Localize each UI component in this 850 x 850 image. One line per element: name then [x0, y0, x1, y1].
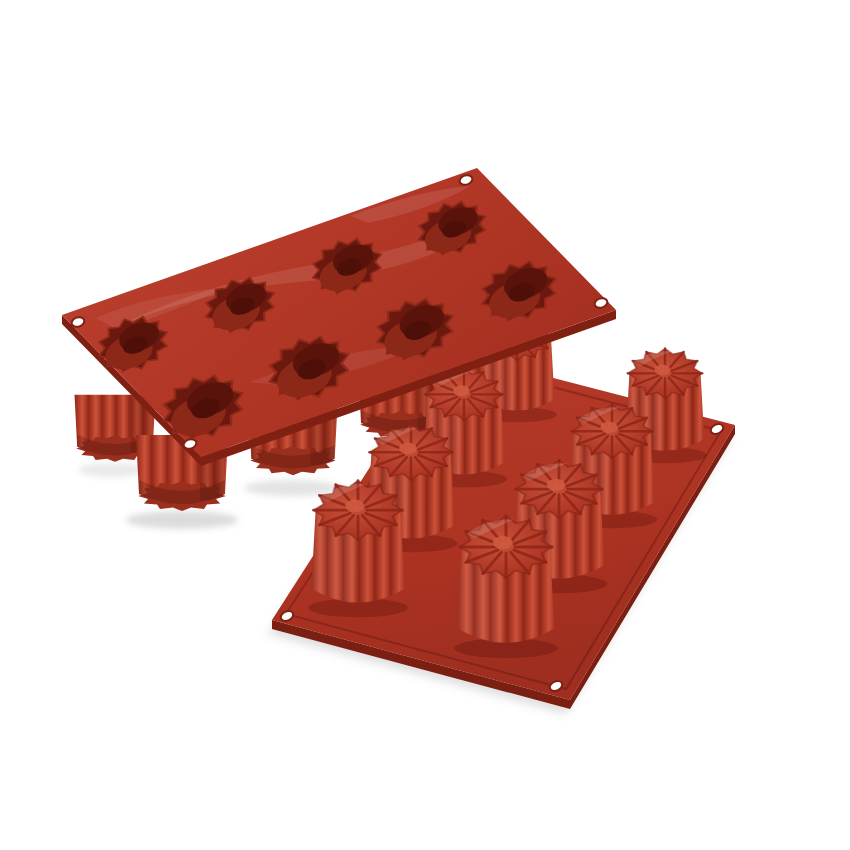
cup-shadow — [126, 511, 238, 529]
cup-shadow — [78, 463, 146, 477]
product-photo-canvas: Terracotta red silicone cannelé bordelai… — [0, 0, 850, 850]
cannele-mold-illustration: Terracotta red silicone cannelé bordelai… — [0, 0, 850, 850]
